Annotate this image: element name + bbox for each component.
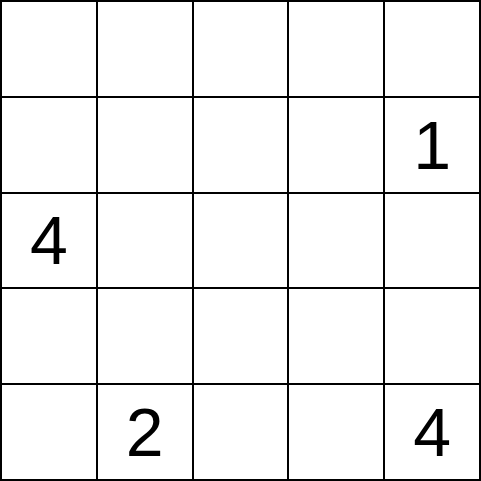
- cell-r1c4[interactable]: [289, 2, 383, 96]
- cell-r4c5[interactable]: [385, 289, 479, 383]
- cell-r3c5[interactable]: [385, 194, 479, 288]
- sudoku-board: 1424: [0, 0, 481, 481]
- cell-r2c2[interactable]: [98, 98, 192, 192]
- cell-r3c3[interactable]: [194, 194, 288, 288]
- cell-r4c1[interactable]: [2, 289, 96, 383]
- cell-r5c5[interactable]: 4: [385, 385, 479, 479]
- cell-r5c2[interactable]: 2: [98, 385, 192, 479]
- cell-r2c3[interactable]: [194, 98, 288, 192]
- cell-r1c1[interactable]: [2, 2, 96, 96]
- cell-r1c5[interactable]: [385, 2, 479, 96]
- cell-r2c4[interactable]: [289, 98, 383, 192]
- cell-r5c4[interactable]: [289, 385, 383, 479]
- cell-r4c4[interactable]: [289, 289, 383, 383]
- cell-r3c4[interactable]: [289, 194, 383, 288]
- cell-r1c3[interactable]: [194, 2, 288, 96]
- cell-r2c1[interactable]: [2, 98, 96, 192]
- cell-r3c1[interactable]: 4: [2, 194, 96, 288]
- cell-r2c5[interactable]: 1: [385, 98, 479, 192]
- cell-r4c2[interactable]: [98, 289, 192, 383]
- cell-r5c3[interactable]: [194, 385, 288, 479]
- cell-r3c2[interactable]: [98, 194, 192, 288]
- cell-r1c2[interactable]: [98, 2, 192, 96]
- cell-r5c1[interactable]: [2, 385, 96, 479]
- cell-r4c3[interactable]: [194, 289, 288, 383]
